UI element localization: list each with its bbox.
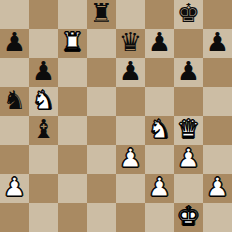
- square-d4[interactable]: [87, 116, 116, 145]
- square-a7[interactable]: ♟: [0, 29, 29, 58]
- white-queen-icon: ♛: [177, 116, 200, 144]
- square-d2[interactable]: [87, 174, 116, 203]
- square-b6[interactable]: ♟: [29, 58, 58, 87]
- black-pawn-icon: ♟: [32, 58, 55, 86]
- square-c4[interactable]: [58, 116, 87, 145]
- square-a6[interactable]: [0, 58, 29, 87]
- square-f4[interactable]: ♞: [145, 116, 174, 145]
- square-g5[interactable]: [174, 87, 203, 116]
- square-a4[interactable]: [0, 116, 29, 145]
- square-b5[interactable]: ♞: [29, 87, 58, 116]
- square-f3[interactable]: [145, 145, 174, 174]
- square-e7[interactable]: ♛: [116, 29, 145, 58]
- square-h6[interactable]: [203, 58, 232, 87]
- square-c5[interactable]: [58, 87, 87, 116]
- square-b1[interactable]: [29, 203, 58, 232]
- square-g3[interactable]: ♟: [174, 145, 203, 174]
- square-d1[interactable]: [87, 203, 116, 232]
- square-d6[interactable]: [87, 58, 116, 87]
- square-h3[interactable]: [203, 145, 232, 174]
- square-g1[interactable]: ♚: [174, 203, 203, 232]
- white-king-icon: ♚: [177, 203, 200, 231]
- square-g8[interactable]: ♚: [174, 0, 203, 29]
- square-b8[interactable]: [29, 0, 58, 29]
- square-b4[interactable]: ♝: [29, 116, 58, 145]
- square-h1[interactable]: [203, 203, 232, 232]
- black-pawn-icon: ♟: [3, 29, 26, 57]
- square-e4[interactable]: [116, 116, 145, 145]
- square-c6[interactable]: [58, 58, 87, 87]
- square-d5[interactable]: [87, 87, 116, 116]
- square-a3[interactable]: [0, 145, 29, 174]
- black-queen-icon: ♛: [119, 29, 142, 57]
- square-b7[interactable]: [29, 29, 58, 58]
- square-f5[interactable]: [145, 87, 174, 116]
- square-e8[interactable]: [116, 0, 145, 29]
- square-c8[interactable]: [58, 0, 87, 29]
- black-pawn-icon: ♟: [119, 58, 142, 86]
- square-f6[interactable]: [145, 58, 174, 87]
- square-c1[interactable]: [58, 203, 87, 232]
- square-f8[interactable]: [145, 0, 174, 29]
- white-pawn-icon: ♟: [206, 174, 229, 202]
- black-king-icon: ♚: [177, 0, 200, 28]
- square-h2[interactable]: ♟: [203, 174, 232, 203]
- square-a2[interactable]: ♟: [0, 174, 29, 203]
- square-a8[interactable]: [0, 0, 29, 29]
- white-rook-icon: ♜: [61, 29, 84, 57]
- square-a1[interactable]: [0, 203, 29, 232]
- square-h5[interactable]: [203, 87, 232, 116]
- square-e5[interactable]: [116, 87, 145, 116]
- black-bishop-icon: ♝: [32, 116, 55, 144]
- white-pawn-icon: ♟: [177, 145, 200, 173]
- square-f7[interactable]: ♟: [145, 29, 174, 58]
- square-h7[interactable]: ♟: [203, 29, 232, 58]
- white-pawn-icon: ♟: [3, 174, 26, 202]
- square-b2[interactable]: [29, 174, 58, 203]
- square-d3[interactable]: [87, 145, 116, 174]
- black-pawn-icon: ♟: [177, 58, 200, 86]
- square-d8[interactable]: ♜: [87, 0, 116, 29]
- square-f1[interactable]: [145, 203, 174, 232]
- square-e2[interactable]: [116, 174, 145, 203]
- square-f2[interactable]: ♟: [145, 174, 174, 203]
- black-pawn-icon: ♟: [148, 29, 171, 57]
- square-h4[interactable]: [203, 116, 232, 145]
- chess-board: ♜♚♟♜♛♟♟♟♟♟♞♞♝♞♛♟♟♟♟♟♚: [0, 0, 232, 232]
- square-g6[interactable]: ♟: [174, 58, 203, 87]
- white-pawn-icon: ♟: [119, 145, 142, 173]
- black-rook-icon: ♜: [90, 0, 113, 28]
- square-d7[interactable]: [87, 29, 116, 58]
- square-c7[interactable]: ♜: [58, 29, 87, 58]
- square-c2[interactable]: [58, 174, 87, 203]
- white-pawn-icon: ♟: [148, 174, 171, 202]
- square-c3[interactable]: [58, 145, 87, 174]
- square-e1[interactable]: [116, 203, 145, 232]
- square-b3[interactable]: [29, 145, 58, 174]
- square-g7[interactable]: [174, 29, 203, 58]
- square-h8[interactable]: [203, 0, 232, 29]
- square-a5[interactable]: ♞: [0, 87, 29, 116]
- white-knight-icon: ♞: [32, 87, 55, 115]
- square-e6[interactable]: ♟: [116, 58, 145, 87]
- white-knight-icon: ♞: [148, 116, 171, 144]
- square-e3[interactable]: ♟: [116, 145, 145, 174]
- square-g4[interactable]: ♛: [174, 116, 203, 145]
- black-knight-icon: ♞: [3, 87, 26, 115]
- black-pawn-icon: ♟: [206, 29, 229, 57]
- square-g2[interactable]: [174, 174, 203, 203]
